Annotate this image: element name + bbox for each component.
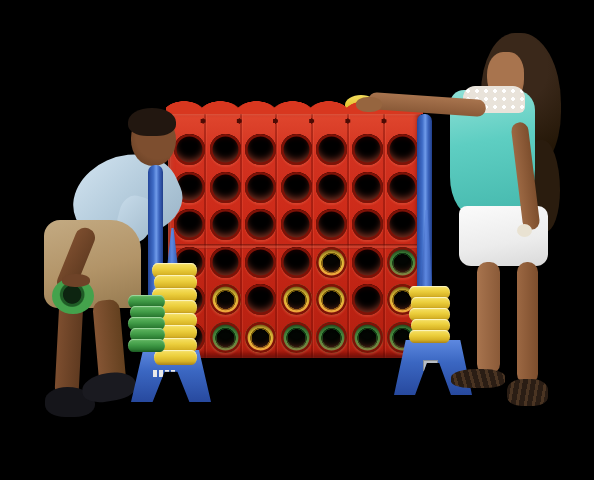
green-stacked-disc: [128, 339, 165, 353]
board-cell-r4-c5: [314, 244, 350, 282]
board-cell-r5-c2: [208, 281, 244, 319]
girl-sandal: [507, 379, 548, 406]
boy-shoe: [80, 369, 138, 405]
right-yellow-disc-stack: [409, 288, 450, 343]
board-cell-r1-c3: [243, 131, 279, 169]
board-cell-r1-c1: [172, 131, 208, 169]
board-cell-r6-c3: [243, 319, 279, 357]
empty-hole: [281, 247, 312, 278]
board-cell-r3-c3: [243, 206, 279, 244]
empty-hole: [316, 134, 347, 165]
empty-hole: [316, 209, 347, 240]
yellow-disc: [281, 284, 312, 315]
board-cell-r2-c4: [279, 169, 315, 207]
board-cell-r3-c6: [350, 206, 386, 244]
board-cell-r1-c6: [350, 131, 386, 169]
empty-hole: [245, 209, 276, 240]
board-cell-r1-c4: [279, 131, 315, 169]
empty-hole: [281, 209, 312, 240]
board-cell-r5-c3: [243, 281, 279, 319]
board-cell-r5-c4: [279, 281, 315, 319]
green-disc: [316, 322, 347, 353]
yellow-stacked-disc: [154, 350, 197, 365]
board-cell-r1-c5: [314, 131, 350, 169]
board-cell-r1-c7: [385, 131, 421, 169]
board-cell-r3-c7: [385, 206, 421, 244]
empty-hole: [352, 172, 383, 203]
empty-hole: [281, 172, 312, 203]
board-cell-r4-c6: [350, 244, 386, 282]
board-cell-r1-c2: [208, 131, 244, 169]
yellow-stacked-disc: [409, 330, 450, 344]
empty-hole: [352, 134, 383, 165]
empty-hole: [210, 209, 241, 240]
board-cell-r6-c2: [208, 319, 244, 357]
left-green-disc-stack: [128, 297, 165, 352]
board-cell-r4-c4: [279, 244, 315, 282]
board-cell-r5-c5: [314, 281, 350, 319]
board-cell-r6-c5: [314, 319, 350, 357]
connect-four-board: [168, 112, 421, 358]
board-cell-r3-c5: [314, 206, 350, 244]
boy-hand: [62, 274, 90, 287]
empty-hole: [245, 247, 276, 278]
empty-hole: [316, 172, 347, 203]
empty-hole: [352, 284, 383, 315]
board-cell-r3-c2: [208, 206, 244, 244]
right-foot-label-plate: [423, 360, 438, 371]
board-cell-r2-c5: [314, 169, 350, 207]
green-disc: [387, 247, 418, 278]
yellow-disc: [316, 284, 347, 315]
empty-hole: [210, 134, 241, 165]
scene: [0, 0, 594, 480]
empty-hole: [210, 172, 241, 203]
green-disc: [281, 322, 312, 353]
girl-left-hand-disc: [517, 224, 532, 237]
board-cell-r4-c7: [385, 244, 421, 282]
empty-hole: [245, 172, 276, 203]
board-cell-r2-c7: [385, 169, 421, 207]
empty-hole: [281, 134, 312, 165]
board-cell-r2-c2: [208, 169, 244, 207]
empty-hole: [387, 134, 418, 165]
green-disc: [352, 322, 383, 353]
girl-fingers-on-disc: [356, 97, 382, 112]
empty-hole: [352, 247, 383, 278]
empty-hole: [174, 209, 205, 240]
board-cell-r2-c3: [243, 169, 279, 207]
board-cell-r6-c6: [350, 319, 386, 357]
yellow-disc: [245, 322, 276, 353]
board-cell-r4-c3: [243, 244, 279, 282]
empty-hole: [210, 247, 241, 278]
girl-sandal: [451, 369, 505, 388]
left-foot-logo: [153, 370, 177, 377]
board-cell-r5-c6: [350, 281, 386, 319]
empty-hole: [352, 209, 383, 240]
empty-hole: [387, 172, 418, 203]
empty-hole: [245, 284, 276, 315]
empty-hole: [245, 134, 276, 165]
girl-leg: [477, 262, 500, 374]
yellow-disc: [316, 247, 347, 278]
board-grid: [172, 131, 421, 356]
green-disc: [210, 322, 241, 353]
board-top-holes: [168, 117, 421, 125]
girl-leg: [517, 262, 538, 384]
boy-hair: [128, 108, 176, 136]
board-cell-r2-c6: [350, 169, 386, 207]
board-cell-r3-c4: [279, 206, 315, 244]
empty-hole: [174, 134, 205, 165]
yellow-disc: [210, 284, 241, 315]
board-cell-r4-c2: [208, 244, 244, 282]
empty-hole: [387, 209, 418, 240]
board-cell-r6-c4: [279, 319, 315, 357]
